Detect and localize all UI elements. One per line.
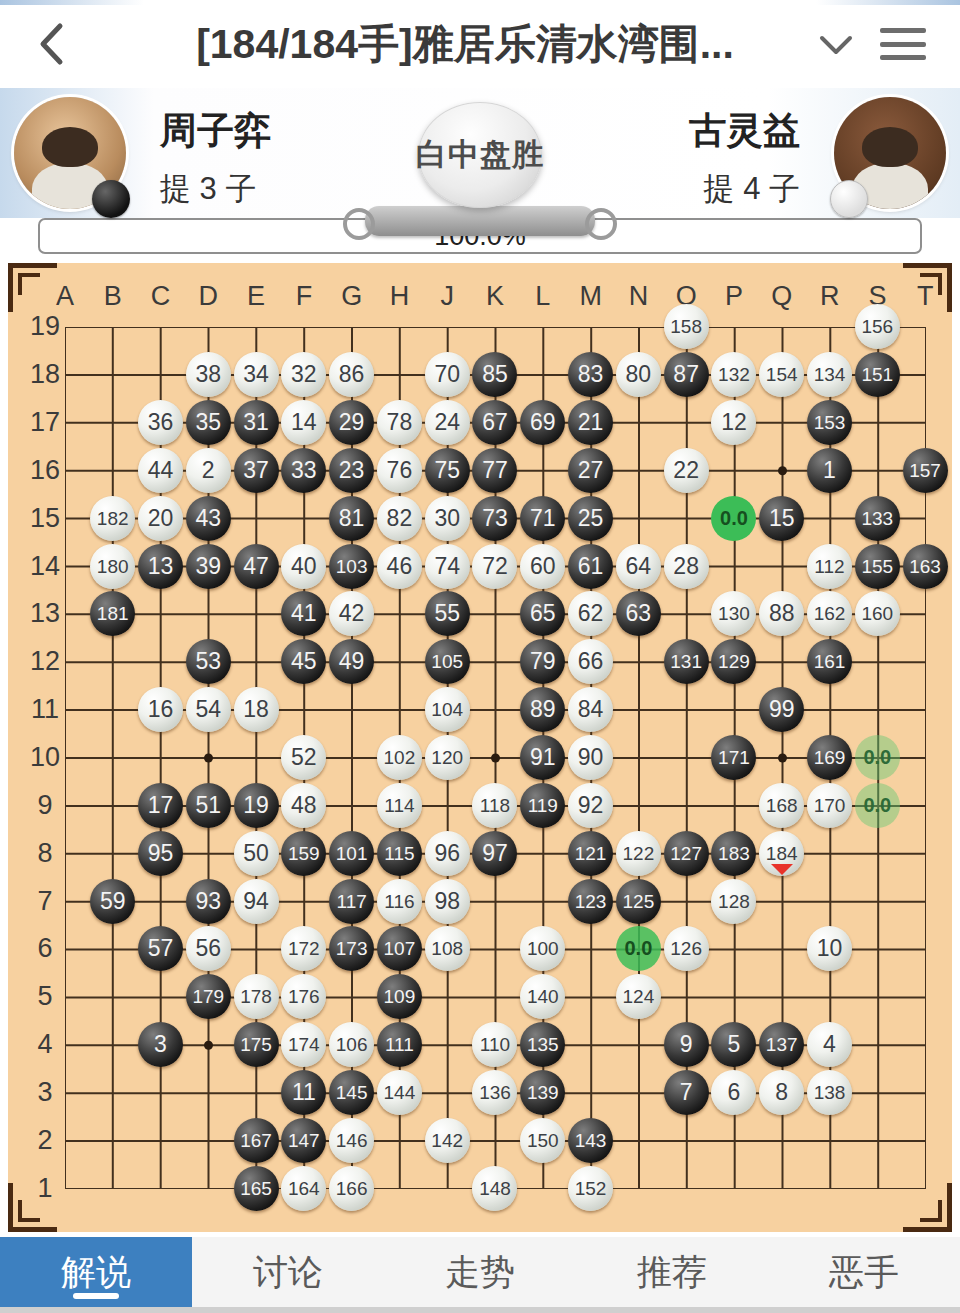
black-stone-badge [92, 180, 130, 218]
stone-N18: 80 [616, 352, 661, 397]
stone-C16: 44 [138, 448, 183, 493]
stone-E7: 94 [234, 879, 279, 924]
stone-J18: 70 [425, 352, 470, 397]
move-number: 67 [482, 411, 508, 434]
stone-R3: 138 [807, 1070, 852, 1115]
stone-P4: 5 [711, 1022, 756, 1067]
stone-J7: 98 [425, 879, 470, 924]
stone-G7: 117 [329, 879, 374, 924]
move-number: 34 [243, 363, 269, 386]
stone-B14: 180 [90, 544, 135, 589]
tab-discussion[interactable]: 讨论 [192, 1237, 384, 1307]
move-number: 36 [148, 411, 174, 434]
stone-F8: 159 [281, 831, 326, 876]
move-number: 43 [195, 507, 221, 530]
stone-D7: 93 [186, 879, 231, 924]
move-number: 2 [202, 459, 215, 482]
move-number: 64 [626, 555, 652, 578]
move-number: 90 [578, 746, 604, 769]
move-number: 85 [482, 363, 508, 386]
move-number: 73 [482, 507, 508, 530]
eval-mark-S9: 0.0 [855, 783, 900, 828]
stone-E2: 167 [234, 1118, 279, 1163]
stone-E16: 37 [234, 448, 279, 493]
stone-C9: 17 [138, 783, 183, 828]
stone-P7: 128 [711, 879, 756, 924]
move-number: 116 [384, 892, 414, 911]
stone-M7: 123 [568, 879, 613, 924]
stone-M17: 21 [568, 400, 613, 445]
stone-Q15: 15 [759, 496, 804, 541]
stone-L11: 89 [520, 687, 565, 732]
move-number: 154 [766, 365, 798, 384]
move-number: 139 [527, 1083, 559, 1102]
move-number: 5 [728, 1033, 741, 1056]
stone-L2: 150 [520, 1118, 565, 1163]
stone-G14: 103 [329, 544, 374, 589]
stone-O19: 158 [664, 304, 709, 349]
tab-bad-moves[interactable]: 恶手 [768, 1237, 960, 1307]
stone-O12: 131 [664, 639, 709, 684]
stone-J14: 74 [425, 544, 470, 589]
move-number: 84 [578, 698, 604, 721]
player-left-info: 周子弈 提 3 子 [160, 106, 271, 210]
stone-L10: 91 [520, 735, 565, 780]
move-number: 66 [578, 650, 604, 673]
stone-B7: 59 [90, 879, 135, 924]
stone-R13: 162 [807, 591, 852, 636]
stone-H3: 144 [377, 1070, 422, 1115]
stone-L4: 135 [520, 1022, 565, 1067]
tab-commentary[interactable]: 解说 [0, 1237, 192, 1307]
move-number: 30 [434, 507, 460, 530]
move-number: 146 [336, 1131, 368, 1150]
move-number: 132 [718, 365, 750, 384]
stone-L9: 119 [520, 783, 565, 828]
stone-G1: 166 [329, 1166, 374, 1211]
stone-K14: 72 [472, 544, 517, 589]
move-number: 18 [243, 698, 269, 721]
stone-G12: 49 [329, 639, 374, 684]
move-number: 135 [527, 1035, 559, 1054]
move-number: 27 [578, 459, 604, 482]
stone-K17: 67 [472, 400, 517, 445]
stone-K8: 97 [472, 831, 517, 876]
stone-M8: 121 [568, 831, 613, 876]
move-number: 15 [769, 507, 795, 530]
stone-G8: 101 [329, 831, 374, 876]
stone-H14: 46 [377, 544, 422, 589]
stone-D11: 54 [186, 687, 231, 732]
move-number: 87 [673, 363, 699, 386]
stone-J2: 142 [425, 1118, 470, 1163]
move-number: 81 [339, 507, 365, 530]
stone-M18: 83 [568, 352, 613, 397]
move-number: 96 [434, 842, 460, 865]
stone-O14: 28 [664, 544, 709, 589]
stone-D18: 38 [186, 352, 231, 397]
move-number: 108 [431, 939, 463, 958]
stone-K18: 85 [472, 352, 517, 397]
stone-D17: 35 [186, 400, 231, 445]
stone-H8: 115 [377, 831, 422, 876]
stone-R4: 4 [807, 1022, 852, 1067]
move-number: 148 [479, 1179, 511, 1198]
move-number: 110 [480, 1035, 510, 1054]
tab-recommend[interactable]: 推荐 [576, 1237, 768, 1307]
stone-B15: 182 [90, 496, 135, 541]
stone-O3: 7 [664, 1070, 709, 1115]
stone-G16: 23 [329, 448, 374, 493]
stone-H15: 82 [377, 496, 422, 541]
move-number: 69 [530, 411, 556, 434]
move-number: 29 [339, 411, 365, 434]
stone-K1: 148 [472, 1166, 517, 1211]
move-number: 79 [530, 650, 556, 673]
player-right-name: 古灵益 [689, 106, 800, 156]
move-number: 121 [575, 844, 607, 863]
stone-R9: 170 [807, 783, 852, 828]
menu-icon[interactable] [880, 24, 926, 64]
move-number: 174 [288, 1035, 320, 1054]
stone-K9: 118 [472, 783, 517, 828]
player-right-info: 古灵益 提 4 子 [689, 106, 800, 210]
stone-H9: 114 [377, 783, 422, 828]
move-number: 62 [578, 602, 604, 625]
bottom-strip [0, 1307, 960, 1313]
stone-N7: 125 [616, 879, 661, 924]
stone-G2: 146 [329, 1118, 374, 1163]
stone-F17: 14 [281, 400, 326, 445]
move-number: 159 [288, 844, 320, 863]
stone-P8: 183 [711, 831, 756, 876]
move-number: 181 [97, 604, 129, 623]
stone-H6: 107 [377, 926, 422, 971]
move-number: 32 [291, 363, 317, 386]
move-number: 14 [291, 411, 317, 434]
stone-O8: 127 [664, 831, 709, 876]
stone-N8: 122 [616, 831, 661, 876]
move-number: 137 [766, 1035, 798, 1054]
medallion-ornament [365, 206, 595, 236]
stone-S14: 155 [855, 544, 900, 589]
stone-O6: 126 [664, 926, 709, 971]
white-stone-badge [830, 180, 868, 218]
stone-J8: 96 [425, 831, 470, 876]
stone-H16: 76 [377, 448, 422, 493]
move-number: 158 [670, 317, 702, 336]
move-number: 94 [243, 890, 269, 913]
move-number: 47 [243, 555, 269, 578]
bottom-tab-bar: 解说 讨论 走势 推荐 恶手 [0, 1237, 960, 1307]
move-number: 89 [530, 698, 556, 721]
move-number: 48 [291, 794, 317, 817]
move-number: 83 [578, 363, 604, 386]
stone-D15: 43 [186, 496, 231, 541]
move-number: 155 [861, 557, 893, 576]
move-number: 98 [434, 890, 460, 913]
stone-F10: 52 [281, 735, 326, 780]
stone-Q9: 168 [759, 783, 804, 828]
go-review-app: [184/184手]雅居乐清水湾围... 周子弈 提 3 子 白中盘胜 古灵益 … [0, 0, 960, 1313]
move-number: 60 [530, 555, 556, 578]
move-number: 37 [243, 459, 269, 482]
move-number: 183 [718, 844, 750, 863]
move-number: 111 [385, 1035, 414, 1054]
stone-E4: 175 [234, 1022, 279, 1067]
move-number: 59 [100, 890, 126, 913]
move-number: 112 [814, 557, 844, 576]
move-number: 11 [292, 1081, 316, 1104]
player-left-name: 周子弈 [160, 106, 271, 156]
stone-F2: 147 [281, 1118, 326, 1163]
stone-R6: 10 [807, 926, 852, 971]
board-grid[interactable]: 1581563834328670858380871321541341513635… [41, 303, 949, 1212]
move-number: 160 [861, 604, 893, 623]
move-number: 31 [243, 411, 269, 434]
stone-O16: 22 [664, 448, 709, 493]
move-number: 117 [336, 892, 366, 911]
stone-S19: 156 [855, 304, 900, 349]
move-number: 42 [339, 602, 365, 625]
stone-P13: 130 [711, 591, 756, 636]
stone-H17: 78 [377, 400, 422, 445]
stone-M13: 62 [568, 591, 613, 636]
stone-K3: 136 [472, 1070, 517, 1115]
move-number: 118 [480, 796, 510, 815]
move-number: 72 [482, 555, 508, 578]
stone-F16: 33 [281, 448, 326, 493]
stone-H7: 116 [377, 879, 422, 924]
move-number: 78 [387, 411, 413, 434]
back-button[interactable] [38, 22, 64, 66]
stone-J17: 24 [425, 400, 470, 445]
move-number: 120 [431, 748, 463, 767]
stone-S13: 160 [855, 591, 900, 636]
move-number: 150 [527, 1131, 559, 1150]
stone-E11: 18 [234, 687, 279, 732]
move-number: 4 [823, 1033, 836, 1056]
move-number: 46 [387, 555, 413, 578]
move-number: 49 [339, 650, 365, 673]
move-number: 7 [680, 1081, 693, 1104]
move-number: 70 [434, 363, 460, 386]
stone-O4: 9 [664, 1022, 709, 1067]
stone-E14: 47 [234, 544, 279, 589]
go-board[interactable]: ABCDEFGHJKLMNOPQRST 19181716151413121110… [8, 263, 952, 1232]
move-number: 105 [431, 652, 463, 671]
move-number: 136 [479, 1083, 511, 1102]
move-number: 74 [434, 555, 460, 578]
move-number: 97 [482, 842, 508, 865]
move-number: 53 [195, 650, 221, 673]
stone-T14: 163 [903, 544, 948, 589]
move-number: 13 [148, 555, 174, 578]
stone-H10: 102 [377, 735, 422, 780]
stone-K15: 73 [472, 496, 517, 541]
move-number: 142 [431, 1131, 463, 1150]
stone-R10: 169 [807, 735, 852, 780]
move-number: 35 [195, 411, 221, 434]
player-left-captures: 提 3 子 [160, 168, 256, 210]
stone-B13: 181 [90, 591, 135, 636]
move-number: 109 [384, 987, 416, 1006]
stone-P12: 129 [711, 639, 756, 684]
stone-Q18: 154 [759, 352, 804, 397]
stone-R16: 1 [807, 448, 852, 493]
move-number: 125 [623, 892, 655, 911]
stone-E18: 34 [234, 352, 279, 397]
move-number: 28 [673, 555, 699, 578]
stone-G17: 29 [329, 400, 374, 445]
stone-M16: 27 [568, 448, 613, 493]
stone-Q13: 88 [759, 591, 804, 636]
medallion-stone: 白中盘胜 [418, 102, 542, 208]
move-number: 88 [769, 602, 795, 625]
stone-E5: 178 [234, 974, 279, 1019]
tab-trend[interactable]: 走势 [384, 1237, 576, 1307]
move-number: 3 [154, 1033, 167, 1056]
stone-H4: 111 [377, 1022, 422, 1067]
move-number: 134 [814, 365, 846, 384]
stone-E1: 165 [234, 1166, 279, 1211]
move-number: 61 [578, 555, 604, 578]
stone-J6: 108 [425, 926, 470, 971]
stone-E17: 31 [234, 400, 279, 445]
stone-N14: 64 [616, 544, 661, 589]
stone-E8: 50 [234, 831, 279, 876]
stone-J15: 30 [425, 496, 470, 541]
stone-Q4: 137 [759, 1022, 804, 1067]
move-number: 126 [670, 939, 702, 958]
stone-J12: 105 [425, 639, 470, 684]
stone-L17: 69 [520, 400, 565, 445]
move-number: 165 [240, 1179, 272, 1198]
stone-G6: 173 [329, 926, 374, 971]
move-number: 173 [336, 939, 368, 958]
stone-F12: 45 [281, 639, 326, 684]
stone-H5: 109 [377, 974, 422, 1019]
move-number: 91 [530, 746, 556, 769]
move-number: 122 [623, 844, 655, 863]
move-number: 71 [530, 507, 556, 530]
move-number: 163 [909, 557, 941, 576]
move-number: 103 [336, 557, 368, 576]
move-number: 93 [195, 890, 221, 913]
move-number: 21 [578, 411, 604, 434]
stone-M11: 84 [568, 687, 613, 732]
move-number: 184 [766, 844, 798, 863]
eval-mark-P15: 0.0 [711, 496, 756, 541]
move-number: 171 [718, 748, 750, 767]
stone-F9: 48 [281, 783, 326, 828]
stone-Q11: 99 [759, 687, 804, 732]
move-number: 107 [384, 939, 416, 958]
stone-N5: 124 [616, 974, 661, 1019]
move-number: 169 [814, 748, 846, 767]
stone-D12: 53 [186, 639, 231, 684]
stone-M2: 143 [568, 1118, 613, 1163]
stone-O18: 87 [664, 352, 709, 397]
move-number: 44 [148, 459, 174, 482]
stone-L14: 60 [520, 544, 565, 589]
stone-D5: 179 [186, 974, 231, 1019]
move-number: 51 [195, 794, 221, 817]
stone-P17: 12 [711, 400, 756, 445]
stone-G18: 86 [329, 352, 374, 397]
stone-F18: 32 [281, 352, 326, 397]
move-number: 166 [336, 1179, 368, 1198]
move-number: 147 [288, 1131, 320, 1150]
move-number: 77 [482, 459, 508, 482]
move-number: 175 [240, 1035, 272, 1054]
stone-N13: 63 [616, 591, 661, 636]
move-number: 95 [148, 842, 174, 865]
move-number: 57 [148, 937, 174, 960]
stone-D6: 56 [186, 926, 231, 971]
stone-J10: 120 [425, 735, 470, 780]
move-number: 40 [291, 555, 317, 578]
move-number: 45 [291, 650, 317, 673]
last-move-marker [771, 864, 793, 875]
move-number: 20 [148, 507, 174, 530]
stone-F14: 40 [281, 544, 326, 589]
move-number: 54 [195, 698, 221, 721]
stone-L13: 65 [520, 591, 565, 636]
move-number: 56 [195, 937, 221, 960]
move-number: 52 [291, 746, 317, 769]
stone-C4: 3 [138, 1022, 183, 1067]
move-number: 138 [814, 1083, 846, 1102]
stone-D16: 2 [186, 448, 231, 493]
stone-Q3: 8 [759, 1070, 804, 1115]
move-number: 153 [814, 413, 846, 432]
move-number: 100 [527, 939, 559, 958]
stone-F13: 41 [281, 591, 326, 636]
move-number: 17 [148, 794, 174, 817]
move-number: 145 [336, 1083, 368, 1102]
move-number: 104 [431, 700, 463, 719]
stone-L15: 71 [520, 496, 565, 541]
stone-M9: 92 [568, 783, 613, 828]
move-number: 178 [240, 987, 272, 1006]
stone-C17: 36 [138, 400, 183, 445]
stone-R14: 112 [807, 544, 852, 589]
stone-P3: 6 [711, 1070, 756, 1115]
move-number: 144 [384, 1083, 416, 1102]
move-number: 127 [670, 844, 702, 863]
stone-L5: 140 [520, 974, 565, 1019]
move-number: 38 [195, 363, 221, 386]
move-number: 130 [718, 604, 750, 623]
move-number: 63 [626, 602, 652, 625]
stone-R12: 161 [807, 639, 852, 684]
move-number: 151 [861, 365, 893, 384]
move-number: 65 [530, 602, 556, 625]
stone-E9: 19 [234, 783, 279, 828]
move-number: 86 [339, 363, 365, 386]
move-number: 1 [823, 459, 836, 482]
stone-L12: 79 [520, 639, 565, 684]
move-number: 41 [291, 602, 317, 625]
chevron-down-icon[interactable] [816, 30, 856, 60]
move-number: 33 [291, 459, 317, 482]
stone-J16: 75 [425, 448, 470, 493]
move-number: 9 [680, 1033, 693, 1056]
stone-S18: 151 [855, 352, 900, 397]
stone-D9: 51 [186, 783, 231, 828]
move-number: 99 [769, 698, 795, 721]
